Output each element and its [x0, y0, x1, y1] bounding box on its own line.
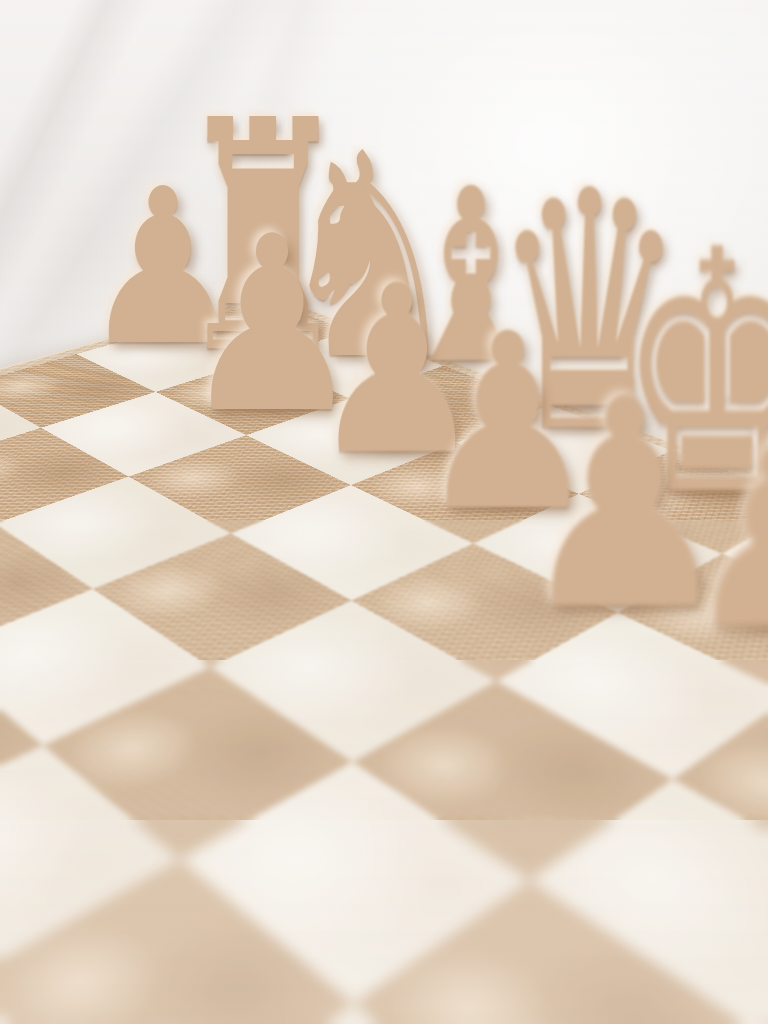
marble-chess-photo-scene: ♟♜♟♞♟♝♟♛♟♚♟	[0, 0, 768, 1024]
